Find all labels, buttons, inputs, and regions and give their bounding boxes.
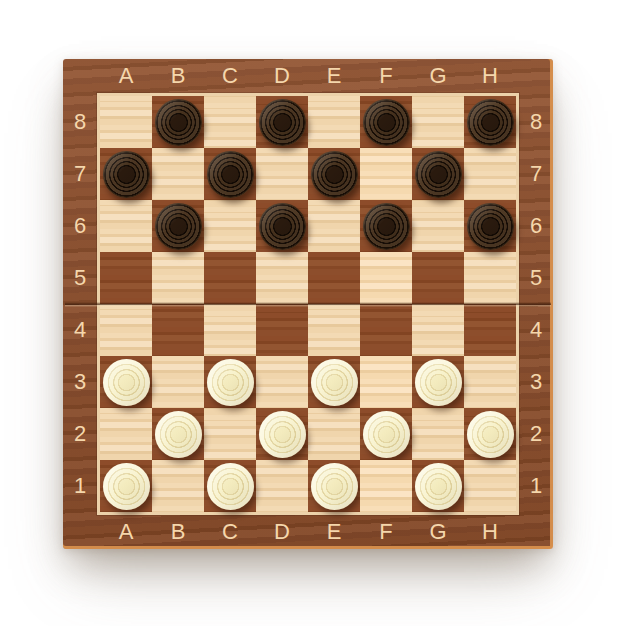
file-labels-bottom: ABCDEFGH <box>100 515 516 549</box>
white-man-glyph: ⛀ <box>259 411 260 412</box>
file-label-bottom-c: C <box>222 519 238 545</box>
square-g6[interactable] <box>412 200 464 252</box>
square-g5[interactable] <box>412 252 464 304</box>
square-b4[interactable] <box>152 304 204 356</box>
square-f2[interactable]: ⛀ <box>360 408 412 460</box>
black-man-glyph: ⛂ <box>467 99 468 100</box>
black-man-glyph: ⛂ <box>363 203 364 204</box>
black-man-glyph: ⛂ <box>311 151 312 152</box>
rank-label-right-1: 1 <box>530 473 542 499</box>
checkers-board: ABCDEFGH ABCDEFGH 87654321 87654321 ⛂⛂⛂⛂… <box>63 59 553 549</box>
piece-black-man-h6[interactable]: ⛂ <box>467 203 514 250</box>
square-a8[interactable] <box>100 96 152 148</box>
file-label-bottom-d: D <box>274 519 290 545</box>
file-label-bottom-b: B <box>171 519 186 545</box>
white-man-glyph: ⛀ <box>415 359 416 360</box>
piece-black-man-f8[interactable]: ⛂ <box>363 99 410 146</box>
square-f4[interactable] <box>360 304 412 356</box>
square-a7[interactable]: ⛂ <box>100 148 152 200</box>
piece-white-man-b2[interactable]: ⛀ <box>155 411 202 458</box>
square-c4[interactable] <box>204 304 256 356</box>
file-label-top-b: B <box>171 63 186 89</box>
square-b6[interactable]: ⛂ <box>152 200 204 252</box>
rank-label-right-3: 3 <box>530 369 542 395</box>
piece-white-man-g3[interactable]: ⛀ <box>415 359 462 406</box>
square-f3[interactable] <box>360 356 412 408</box>
square-f5[interactable] <box>360 252 412 304</box>
square-f1[interactable] <box>360 460 412 512</box>
black-man-glyph: ⛂ <box>155 203 156 204</box>
square-e6[interactable] <box>308 200 360 252</box>
rank-label-left-4: 4 <box>74 317 86 343</box>
white-man-glyph: ⛀ <box>103 463 104 464</box>
rank-label-left-7: 7 <box>74 161 86 187</box>
rank-label-right-5: 5 <box>530 265 542 291</box>
piece-white-man-c3[interactable]: ⛀ <box>207 359 254 406</box>
square-d7[interactable] <box>256 148 308 200</box>
rank-label-right-8: 8 <box>530 109 542 135</box>
square-a4[interactable] <box>100 304 152 356</box>
square-c3[interactable]: ⛀ <box>204 356 256 408</box>
white-man-glyph: ⛀ <box>311 359 312 360</box>
square-d4[interactable] <box>256 304 308 356</box>
piece-black-man-h8[interactable]: ⛂ <box>467 99 514 146</box>
square-h3[interactable] <box>464 356 516 408</box>
square-c1[interactable]: ⛀ <box>204 460 256 512</box>
white-man-glyph: ⛀ <box>415 463 416 464</box>
rank-label-left-5: 5 <box>74 265 86 291</box>
piece-white-man-e1[interactable]: ⛀ <box>311 463 358 510</box>
black-man-glyph: ⛂ <box>363 99 364 100</box>
file-label-top-c: C <box>222 63 238 89</box>
square-c5[interactable] <box>204 252 256 304</box>
board-grid: ⛂⛂⛂⛂⛂⛂⛂⛂⛂⛂⛂⛂⛀⛀⛀⛀⛀⛀⛀⛀⛀⛀⛀⛀ <box>97 93 519 515</box>
square-h8[interactable]: ⛂ <box>464 96 516 148</box>
square-g7[interactable]: ⛂ <box>412 148 464 200</box>
file-label-top-f: F <box>379 63 392 89</box>
black-man-glyph: ⛂ <box>103 151 104 152</box>
square-b1[interactable] <box>152 460 204 512</box>
square-f7[interactable] <box>360 148 412 200</box>
square-a6[interactable] <box>100 200 152 252</box>
square-d8[interactable]: ⛂ <box>256 96 308 148</box>
square-a3[interactable]: ⛀ <box>100 356 152 408</box>
square-d2[interactable]: ⛀ <box>256 408 308 460</box>
square-d5[interactable] <box>256 252 308 304</box>
file-label-bottom-h: H <box>482 519 498 545</box>
white-man-glyph: ⛀ <box>207 463 208 464</box>
file-label-bottom-a: A <box>119 519 134 545</box>
square-d3[interactable] <box>256 356 308 408</box>
piece-black-man-b8[interactable]: ⛂ <box>155 99 202 146</box>
piece-white-man-g1[interactable]: ⛀ <box>415 463 462 510</box>
piece-black-man-b6[interactable]: ⛂ <box>155 203 202 250</box>
piece-black-man-g7[interactable]: ⛂ <box>415 151 462 198</box>
file-label-top-e: E <box>327 63 342 89</box>
square-h7[interactable] <box>464 148 516 200</box>
rank-labels-right: 87654321 <box>519 96 553 512</box>
square-b7[interactable] <box>152 148 204 200</box>
square-g3[interactable]: ⛀ <box>412 356 464 408</box>
square-e2[interactable] <box>308 408 360 460</box>
piece-black-man-a7[interactable]: ⛂ <box>103 151 150 198</box>
square-e8[interactable] <box>308 96 360 148</box>
black-man-glyph: ⛂ <box>155 99 156 100</box>
piece-white-man-d2[interactable]: ⛀ <box>259 411 306 458</box>
piece-white-man-a1[interactable]: ⛀ <box>103 463 150 510</box>
file-labels-top: ABCDEFGH <box>100 59 516 93</box>
square-h4[interactable] <box>464 304 516 356</box>
square-a2[interactable] <box>100 408 152 460</box>
square-h1[interactable] <box>464 460 516 512</box>
file-label-top-h: H <box>482 63 498 89</box>
square-g2[interactable] <box>412 408 464 460</box>
square-b3[interactable] <box>152 356 204 408</box>
square-c2[interactable] <box>204 408 256 460</box>
white-man-glyph: ⛀ <box>207 359 208 360</box>
square-c8[interactable] <box>204 96 256 148</box>
rank-label-left-8: 8 <box>74 109 86 135</box>
square-d6[interactable]: ⛂ <box>256 200 308 252</box>
square-e3[interactable]: ⛀ <box>308 356 360 408</box>
file-label-bottom-e: E <box>327 519 342 545</box>
square-e5[interactable] <box>308 252 360 304</box>
square-e7[interactable]: ⛂ <box>308 148 360 200</box>
square-f6[interactable]: ⛂ <box>360 200 412 252</box>
square-h5[interactable] <box>464 252 516 304</box>
rank-label-right-2: 2 <box>530 421 542 447</box>
piece-white-man-c1[interactable]: ⛀ <box>207 463 254 510</box>
piece-white-man-a3[interactable]: ⛀ <box>103 359 150 406</box>
square-e1[interactable]: ⛀ <box>308 460 360 512</box>
white-man-glyph: ⛀ <box>363 411 364 412</box>
rank-label-right-7: 7 <box>530 161 542 187</box>
square-b5[interactable] <box>152 252 204 304</box>
square-g8[interactable] <box>412 96 464 148</box>
white-man-glyph: ⛀ <box>155 411 156 412</box>
rank-labels-left: 87654321 <box>63 96 97 512</box>
piece-black-man-d6[interactable]: ⛂ <box>259 203 306 250</box>
piece-black-man-d8[interactable]: ⛂ <box>259 99 306 146</box>
square-a5[interactable] <box>100 252 152 304</box>
square-a1[interactable]: ⛀ <box>100 460 152 512</box>
black-man-glyph: ⛂ <box>207 151 208 152</box>
square-h6[interactable]: ⛂ <box>464 200 516 252</box>
piece-white-man-f2[interactable]: ⛀ <box>363 411 410 458</box>
square-d1[interactable] <box>256 460 308 512</box>
file-label-top-a: A <box>119 63 134 89</box>
page-background: ABCDEFGH ABCDEFGH 87654321 87654321 ⛂⛂⛂⛂… <box>0 0 626 626</box>
black-man-glyph: ⛂ <box>259 203 260 204</box>
square-g1[interactable]: ⛀ <box>412 460 464 512</box>
piece-black-man-c7[interactable]: ⛂ <box>207 151 254 198</box>
black-man-glyph: ⛂ <box>259 99 260 100</box>
file-label-top-g: G <box>429 63 446 89</box>
square-h2[interactable]: ⛀ <box>464 408 516 460</box>
white-man-glyph: ⛀ <box>467 411 468 412</box>
piece-black-man-e7[interactable]: ⛂ <box>311 151 358 198</box>
rank-label-left-3: 3 <box>74 369 86 395</box>
rank-label-left-2: 2 <box>74 421 86 447</box>
square-c6[interactable] <box>204 200 256 252</box>
square-b8[interactable]: ⛂ <box>152 96 204 148</box>
square-g4[interactable] <box>412 304 464 356</box>
rank-label-right-6: 6 <box>530 213 542 239</box>
file-label-bottom-g: G <box>429 519 446 545</box>
piece-black-man-f6[interactable]: ⛂ <box>363 203 410 250</box>
rank-label-left-6: 6 <box>74 213 86 239</box>
rank-label-left-1: 1 <box>74 473 86 499</box>
piece-white-man-h2[interactable]: ⛀ <box>467 411 514 458</box>
black-man-glyph: ⛂ <box>415 151 416 152</box>
white-man-glyph: ⛀ <box>311 463 312 464</box>
square-c7[interactable]: ⛂ <box>204 148 256 200</box>
white-man-glyph: ⛀ <box>103 359 104 360</box>
file-label-top-d: D <box>274 63 290 89</box>
piece-white-man-e3[interactable]: ⛀ <box>311 359 358 406</box>
rank-label-right-4: 4 <box>530 317 542 343</box>
square-f8[interactable]: ⛂ <box>360 96 412 148</box>
square-b2[interactable]: ⛀ <box>152 408 204 460</box>
black-man-glyph: ⛂ <box>467 203 468 204</box>
square-e4[interactable] <box>308 304 360 356</box>
file-label-bottom-f: F <box>379 519 392 545</box>
